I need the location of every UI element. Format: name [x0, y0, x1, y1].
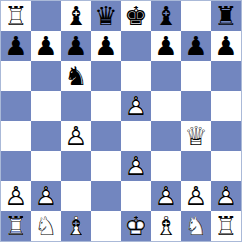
square-g3[interactable]: [181, 151, 211, 181]
square-c1[interactable]: ♝♗: [61, 211, 91, 241]
square-g1[interactable]: ♞♘: [181, 211, 211, 241]
square-f5[interactable]: [151, 91, 181, 121]
white-rook-outline: ♖: [211, 211, 241, 241]
square-c6[interactable]: ♞: [61, 61, 91, 91]
white-queen-outline: ♕: [181, 121, 211, 151]
square-e2[interactable]: [121, 181, 151, 211]
black-pawn-fill: ♟: [61, 31, 91, 61]
square-d8[interactable]: ♛: [91, 1, 121, 31]
square-b6[interactable]: [31, 61, 61, 91]
black-pawn-fill: ♟: [211, 31, 241, 61]
square-e8[interactable]: ♚: [121, 1, 151, 31]
square-d6[interactable]: [91, 61, 121, 91]
white-king-outline: ♔: [121, 211, 151, 241]
square-a7[interactable]: ♟: [1, 31, 31, 61]
square-c5[interactable]: [61, 91, 91, 121]
square-h5[interactable]: [211, 91, 241, 121]
square-f8[interactable]: ♝: [151, 1, 181, 31]
square-a4[interactable]: [1, 121, 31, 151]
square-b1[interactable]: ♞♘: [31, 211, 61, 241]
white-pawn-outline: ♙: [61, 121, 91, 151]
square-d3[interactable]: [91, 151, 121, 181]
white-rook-outline: ♖: [1, 1, 31, 31]
white-pawn-outline: ♙: [1, 181, 31, 211]
square-c2[interactable]: [61, 181, 91, 211]
square-b3[interactable]: [31, 151, 61, 181]
white-rook-icon[interactable]: ♜♖: [1, 211, 31, 241]
square-e6[interactable]: [121, 61, 151, 91]
white-pawn-icon[interactable]: ♟♙: [181, 181, 211, 211]
black-pawn-icon[interactable]: ♟: [1, 31, 31, 61]
black-pawn-fill: ♟: [1, 31, 31, 61]
white-knight-outline: ♘: [181, 211, 211, 241]
square-h4[interactable]: [211, 121, 241, 151]
black-rook-fill: ♜: [211, 1, 241, 31]
chess-board: ♜♖♝♛♚♝♜♟♟♟♟♟♟♟♞♟♙♟♙♛♕♟♙♟♙♟♙♟♙♟♙♟♙♜♖♞♘♝♗♚…: [1, 1, 241, 241]
square-d1[interactable]: [91, 211, 121, 241]
square-a2[interactable]: ♟♙: [1, 181, 31, 211]
black-rook-icon[interactable]: ♜: [211, 1, 241, 31]
square-h3[interactable]: [211, 151, 241, 181]
white-pawn-icon[interactable]: ♟♙: [121, 91, 151, 121]
white-pawn-outline: ♙: [211, 181, 241, 211]
white-pawn-outline: ♙: [121, 91, 151, 121]
square-h1[interactable]: ♜♖: [211, 211, 241, 241]
square-b4[interactable]: [31, 121, 61, 151]
white-rook-icon[interactable]: ♜♖: [1, 1, 31, 31]
square-e3[interactable]: ♟♙: [121, 151, 151, 181]
square-d5[interactable]: [91, 91, 121, 121]
white-pawn-icon[interactable]: ♟♙: [121, 151, 151, 181]
square-a8[interactable]: ♜♖: [1, 1, 31, 31]
square-c3[interactable]: [61, 151, 91, 181]
square-b8[interactable]: [31, 1, 61, 31]
black-pawn-fill: ♟: [31, 31, 61, 61]
black-queen-icon[interactable]: ♛: [91, 1, 121, 31]
black-pawn-icon[interactable]: ♟: [151, 31, 181, 61]
black-queen-fill: ♛: [91, 1, 121, 31]
black-knight-icon[interactable]: ♞: [61, 61, 91, 91]
white-pawn-outline: ♙: [31, 181, 61, 211]
black-bishop-icon[interactable]: ♝: [151, 1, 181, 31]
white-pawn-icon[interactable]: ♟♙: [31, 181, 61, 211]
square-f4[interactable]: [151, 121, 181, 151]
square-c8[interactable]: ♝: [61, 1, 91, 31]
square-a5[interactable]: [1, 91, 31, 121]
white-pawn-icon[interactable]: ♟♙: [211, 181, 241, 211]
white-rook-icon[interactable]: ♜♖: [211, 211, 241, 241]
white-pawn-icon[interactable]: ♟♙: [61, 121, 91, 151]
white-knight-icon[interactable]: ♞♘: [181, 211, 211, 241]
black-pawn-fill: ♟: [151, 31, 181, 61]
square-h2[interactable]: ♟♙: [211, 181, 241, 211]
square-h7[interactable]: ♟: [211, 31, 241, 61]
black-pawn-icon[interactable]: ♟: [181, 31, 211, 61]
square-f7[interactable]: ♟: [151, 31, 181, 61]
square-g7[interactable]: ♟: [181, 31, 211, 61]
black-pawn-fill: ♟: [181, 31, 211, 61]
black-knight-fill: ♞: [61, 61, 91, 91]
square-e5[interactable]: ♟♙: [121, 91, 151, 121]
square-g4[interactable]: ♛♕: [181, 121, 211, 151]
black-bishop-fill: ♝: [61, 1, 91, 31]
white-pawn-outline: ♙: [151, 181, 181, 211]
square-c4[interactable]: ♟♙: [61, 121, 91, 151]
black-king-fill: ♚: [121, 1, 151, 31]
square-f2[interactable]: ♟♙: [151, 181, 181, 211]
white-pawn-icon[interactable]: ♟♙: [151, 181, 181, 211]
black-bishop-icon[interactable]: ♝: [61, 1, 91, 31]
square-e4[interactable]: [121, 121, 151, 151]
white-knight-icon[interactable]: ♞♘: [31, 211, 61, 241]
white-queen-icon[interactable]: ♛♕: [181, 121, 211, 151]
black-pawn-icon[interactable]: ♟: [91, 31, 121, 61]
white-bishop-icon[interactable]: ♝♗: [151, 211, 181, 241]
square-a6[interactable]: [1, 61, 31, 91]
square-g2[interactable]: ♟♙: [181, 181, 211, 211]
white-bishop-icon[interactable]: ♝♗: [61, 211, 91, 241]
black-pawn-icon[interactable]: ♟: [211, 31, 241, 61]
square-h8[interactable]: ♜: [211, 1, 241, 31]
white-king-icon[interactable]: ♚♔: [121, 211, 151, 241]
white-pawn-icon[interactable]: ♟♙: [1, 181, 31, 211]
square-c7[interactable]: ♟: [61, 31, 91, 61]
black-king-icon[interactable]: ♚: [121, 1, 151, 31]
white-bishop-outline: ♗: [151, 211, 181, 241]
chess-board-frame: ♜♖♝♛♚♝♜♟♟♟♟♟♟♟♞♟♙♟♙♛♕♟♙♟♙♟♙♟♙♟♙♟♙♜♖♞♘♝♗♚…: [0, 0, 242, 242]
white-knight-outline: ♘: [31, 211, 61, 241]
square-d4[interactable]: [91, 121, 121, 151]
square-g6[interactable]: [181, 61, 211, 91]
square-e7[interactable]: [121, 31, 151, 61]
white-bishop-outline: ♗: [61, 211, 91, 241]
square-a1[interactable]: ♜♖: [1, 211, 31, 241]
square-b7[interactable]: ♟: [31, 31, 61, 61]
square-d7[interactable]: ♟: [91, 31, 121, 61]
white-pawn-outline: ♙: [181, 181, 211, 211]
square-f3[interactable]: [151, 151, 181, 181]
white-pawn-outline: ♙: [121, 151, 151, 181]
square-f1[interactable]: ♝♗: [151, 211, 181, 241]
square-a3[interactable]: [1, 151, 31, 181]
square-g8[interactable]: [181, 1, 211, 31]
white-rook-outline: ♖: [1, 211, 31, 241]
square-h6[interactable]: [211, 61, 241, 91]
square-e1[interactable]: ♚♔: [121, 211, 151, 241]
black-pawn-icon[interactable]: ♟: [31, 31, 61, 61]
black-bishop-fill: ♝: [151, 1, 181, 31]
square-f6[interactable]: [151, 61, 181, 91]
black-pawn-icon[interactable]: ♟: [61, 31, 91, 61]
square-b5[interactable]: [31, 91, 61, 121]
square-g5[interactable]: [181, 91, 211, 121]
square-b2[interactable]: ♟♙: [31, 181, 61, 211]
square-d2[interactable]: [91, 181, 121, 211]
black-pawn-fill: ♟: [91, 31, 121, 61]
